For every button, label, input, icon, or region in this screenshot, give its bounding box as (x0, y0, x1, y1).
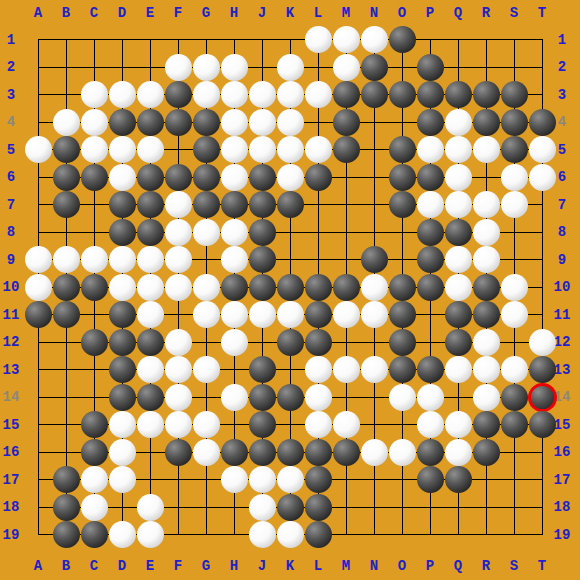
stone-T4-black[interactable] (529, 109, 556, 136)
stone-L10-black[interactable] (305, 274, 332, 301)
stone-T6-white[interactable] (529, 164, 556, 191)
stone-D4-black[interactable] (109, 109, 136, 136)
stone-L14-white[interactable] (305, 384, 332, 411)
column-label-top-R: R (472, 5, 500, 21)
stone-B4-white[interactable] (53, 109, 80, 136)
stone-B7-black[interactable] (53, 191, 80, 218)
stone-J18-white[interactable] (249, 494, 276, 521)
column-label-bottom-J: J (248, 558, 276, 574)
stone-C17-white[interactable] (81, 466, 108, 493)
stone-H17-white[interactable] (221, 466, 248, 493)
stone-R14-white[interactable] (473, 384, 500, 411)
stone-T12-white[interactable] (529, 329, 556, 356)
column-label-bottom-H: H (220, 558, 248, 574)
stone-T14-black[interactable] (529, 384, 556, 411)
stone-P16-black[interactable] (417, 439, 444, 466)
stone-Q4-white[interactable] (445, 109, 472, 136)
stone-E8-black[interactable] (137, 219, 164, 246)
column-label-bottom-M: M (332, 558, 360, 574)
stone-J8-black[interactable] (249, 219, 276, 246)
stone-M3-black[interactable] (333, 81, 360, 108)
stone-Q13-white[interactable] (445, 356, 472, 383)
stone-R10-black[interactable] (473, 274, 500, 301)
stone-D14-black[interactable] (109, 384, 136, 411)
stone-E15-white[interactable] (137, 411, 164, 438)
stone-N1-white[interactable] (361, 26, 388, 53)
stone-K6-white[interactable] (277, 164, 304, 191)
stone-R8-white[interactable] (473, 219, 500, 246)
stone-R7-white[interactable] (473, 191, 500, 218)
column-label-bottom-R: R (472, 558, 500, 574)
stone-R9-white[interactable] (473, 246, 500, 273)
stone-O6-black[interactable] (389, 164, 416, 191)
stone-F15-white[interactable] (165, 411, 192, 438)
stone-S11-white[interactable] (501, 301, 528, 328)
stone-O7-black[interactable] (389, 191, 416, 218)
stone-Q8-black[interactable] (445, 219, 472, 246)
stone-J17-white[interactable] (249, 466, 276, 493)
stone-A5-white[interactable] (25, 136, 52, 163)
last-move-marker (528, 383, 557, 412)
stone-N9-black[interactable] (361, 246, 388, 273)
stone-B19-black[interactable] (53, 521, 80, 548)
stone-P2-black[interactable] (417, 54, 444, 81)
stone-L19-black[interactable] (305, 521, 332, 548)
stone-O13-black[interactable] (389, 356, 416, 383)
stone-E18-white[interactable] (137, 494, 164, 521)
row-label-left-3: 3 (0, 87, 22, 103)
stone-P5-white[interactable] (417, 136, 444, 163)
column-label-bottom-B: B (52, 558, 80, 574)
stone-C10-black[interactable] (81, 274, 108, 301)
stone-H9-white[interactable] (221, 246, 248, 273)
row-label-right-18: 18 (550, 499, 574, 515)
stone-O3-black[interactable] (389, 81, 416, 108)
stone-S4-black[interactable] (501, 109, 528, 136)
stone-R11-black[interactable] (473, 301, 500, 328)
stone-S7-white[interactable] (501, 191, 528, 218)
stone-C3-white[interactable] (81, 81, 108, 108)
stone-E19-white[interactable] (137, 521, 164, 548)
stone-K12-black[interactable] (277, 329, 304, 356)
column-label-bottom-L: L (304, 558, 332, 574)
stone-N10-white[interactable] (361, 274, 388, 301)
stone-M1-white[interactable] (333, 26, 360, 53)
stone-O1-black[interactable] (389, 26, 416, 53)
stone-B5-black[interactable] (53, 136, 80, 163)
stone-T15-black[interactable] (529, 411, 556, 438)
stone-P9-black[interactable] (417, 246, 444, 273)
go-board[interactable]: AABBCCDDEEFFGGHHJJKKLLMMNNOOPPQQRRSSTT11… (0, 0, 580, 580)
stone-C18-white[interactable] (81, 494, 108, 521)
column-label-bottom-O: O (388, 558, 416, 574)
stone-H3-white[interactable] (221, 81, 248, 108)
stone-F7-white[interactable] (165, 191, 192, 218)
row-label-right-2: 2 (550, 59, 574, 75)
stone-D13-black[interactable] (109, 356, 136, 383)
row-label-left-14: 14 (0, 389, 22, 405)
stone-M10-black[interactable] (333, 274, 360, 301)
stone-L16-black[interactable] (305, 439, 332, 466)
stone-J14-black[interactable] (249, 384, 276, 411)
stone-O5-black[interactable] (389, 136, 416, 163)
stone-D8-black[interactable] (109, 219, 136, 246)
stone-B10-black[interactable] (53, 274, 80, 301)
stone-F6-black[interactable] (165, 164, 192, 191)
stone-M13-white[interactable] (333, 356, 360, 383)
stone-Q6-white[interactable] (445, 164, 472, 191)
row-label-right-3: 3 (550, 87, 574, 103)
stone-G2-white[interactable] (193, 54, 220, 81)
row-label-left-17: 17 (0, 472, 22, 488)
stone-B9-white[interactable] (53, 246, 80, 273)
stone-H6-white[interactable] (221, 164, 248, 191)
stone-Q16-white[interactable] (445, 439, 472, 466)
stone-D15-white[interactable] (109, 411, 136, 438)
stone-A9-white[interactable] (25, 246, 52, 273)
stone-H2-white[interactable] (221, 54, 248, 81)
column-label-bottom-D: D (108, 558, 136, 574)
stone-J7-black[interactable] (249, 191, 276, 218)
stone-Q7-white[interactable] (445, 191, 472, 218)
stone-L18-black[interactable] (305, 494, 332, 521)
stone-J4-white[interactable] (249, 109, 276, 136)
stone-G10-white[interactable] (193, 274, 220, 301)
stone-J9-black[interactable] (249, 246, 276, 273)
stone-H4-white[interactable] (221, 109, 248, 136)
stone-H12-white[interactable] (221, 329, 248, 356)
stone-R13-white[interactable] (473, 356, 500, 383)
row-label-right-10: 10 (550, 279, 574, 295)
stone-G6-black[interactable] (193, 164, 220, 191)
row-label-right-17: 17 (550, 472, 574, 488)
stone-P6-black[interactable] (417, 164, 444, 191)
row-label-left-5: 5 (0, 142, 22, 158)
column-label-top-A: A (24, 5, 52, 21)
stone-F12-white[interactable] (165, 329, 192, 356)
stone-D17-white[interactable] (109, 466, 136, 493)
stone-E10-white[interactable] (137, 274, 164, 301)
stone-L6-black[interactable] (305, 164, 332, 191)
row-label-right-8: 8 (550, 224, 574, 240)
stone-D10-white[interactable] (109, 274, 136, 301)
stone-N16-white[interactable] (361, 439, 388, 466)
stone-B11-black[interactable] (53, 301, 80, 328)
stone-M11-white[interactable] (333, 301, 360, 328)
stone-H14-white[interactable] (221, 384, 248, 411)
stone-K19-white[interactable] (277, 521, 304, 548)
stone-E6-black[interactable] (137, 164, 164, 191)
column-label-top-M: M (332, 5, 360, 21)
stone-P7-white[interactable] (417, 191, 444, 218)
stone-G3-white[interactable] (193, 81, 220, 108)
stone-O16-white[interactable] (389, 439, 416, 466)
stone-S3-black[interactable] (501, 81, 528, 108)
stone-P10-black[interactable] (417, 274, 444, 301)
stone-F14-white[interactable] (165, 384, 192, 411)
stone-P14-white[interactable] (417, 384, 444, 411)
stone-K11-white[interactable] (277, 301, 304, 328)
stone-C4-white[interactable] (81, 109, 108, 136)
stone-L5-white[interactable] (305, 136, 332, 163)
column-label-bottom-E: E (136, 558, 164, 574)
stone-M2-white[interactable] (333, 54, 360, 81)
stone-K3-white[interactable] (277, 81, 304, 108)
stone-L12-black[interactable] (305, 329, 332, 356)
stone-F9-white[interactable] (165, 246, 192, 273)
stone-N13-white[interactable] (361, 356, 388, 383)
column-label-bottom-P: P (416, 558, 444, 574)
stone-O14-white[interactable] (389, 384, 416, 411)
row-label-left-8: 8 (0, 224, 22, 240)
row-label-right-11: 11 (550, 307, 574, 323)
stone-L17-black[interactable] (305, 466, 332, 493)
column-label-bottom-C: C (80, 558, 108, 574)
column-label-top-N: N (360, 5, 388, 21)
stone-O12-black[interactable] (389, 329, 416, 356)
stone-H7-black[interactable] (221, 191, 248, 218)
stone-E5-white[interactable] (137, 136, 164, 163)
stone-C6-black[interactable] (81, 164, 108, 191)
stone-D11-black[interactable] (109, 301, 136, 328)
row-label-left-9: 9 (0, 252, 22, 268)
stone-E7-black[interactable] (137, 191, 164, 218)
stone-O11-black[interactable] (389, 301, 416, 328)
stone-R16-black[interactable] (473, 439, 500, 466)
go-game-screen: AABBCCDDEEFFGGHHJJKKLLMMNNOOPPQQRRSSTT11… (0, 0, 580, 580)
column-label-top-T: T (528, 5, 556, 21)
stone-J3-white[interactable] (249, 81, 276, 108)
stone-J13-black[interactable] (249, 356, 276, 383)
stone-J15-black[interactable] (249, 411, 276, 438)
stone-L3-white[interactable] (305, 81, 332, 108)
stone-M15-white[interactable] (333, 411, 360, 438)
row-label-left-2: 2 (0, 59, 22, 75)
stone-L1-white[interactable] (305, 26, 332, 53)
stone-B17-black[interactable] (53, 466, 80, 493)
stone-D9-white[interactable] (109, 246, 136, 273)
stone-P8-black[interactable] (417, 219, 444, 246)
stone-C9-white[interactable] (81, 246, 108, 273)
column-label-bottom-K: K (276, 558, 304, 574)
row-label-left-12: 12 (0, 334, 22, 350)
row-label-left-15: 15 (0, 417, 22, 433)
row-label-right-19: 19 (550, 527, 574, 543)
stone-S14-black[interactable] (501, 384, 528, 411)
row-label-left-6: 6 (0, 169, 22, 185)
stone-M5-black[interactable] (333, 136, 360, 163)
stone-G8-white[interactable] (193, 219, 220, 246)
stone-N3-black[interactable] (361, 81, 388, 108)
stone-R5-white[interactable] (473, 136, 500, 163)
stone-S13-white[interactable] (501, 356, 528, 383)
stone-J16-black[interactable] (249, 439, 276, 466)
column-label-top-C: C (80, 5, 108, 21)
stone-K17-white[interactable] (277, 466, 304, 493)
stone-F16-black[interactable] (165, 439, 192, 466)
stone-G13-white[interactable] (193, 356, 220, 383)
column-label-bottom-Q: Q (444, 558, 472, 574)
stone-R12-white[interactable] (473, 329, 500, 356)
row-label-left-4: 4 (0, 114, 22, 130)
column-label-bottom-S: S (500, 558, 528, 574)
row-label-left-13: 13 (0, 362, 22, 378)
stone-J11-white[interactable] (249, 301, 276, 328)
row-label-left-16: 16 (0, 444, 22, 460)
stone-K10-black[interactable] (277, 274, 304, 301)
stone-L15-white[interactable] (305, 411, 332, 438)
stone-N2-black[interactable] (361, 54, 388, 81)
stone-M4-black[interactable] (333, 109, 360, 136)
stone-D3-white[interactable] (109, 81, 136, 108)
stone-A11-black[interactable] (25, 301, 52, 328)
column-label-top-D: D (108, 5, 136, 21)
stone-N11-white[interactable] (361, 301, 388, 328)
stone-E12-black[interactable] (137, 329, 164, 356)
stone-E13-white[interactable] (137, 356, 164, 383)
stone-Q10-white[interactable] (445, 274, 472, 301)
column-label-bottom-F: F (164, 558, 192, 574)
stone-H10-black[interactable] (221, 274, 248, 301)
column-label-top-O: O (388, 5, 416, 21)
stone-L11-black[interactable] (305, 301, 332, 328)
stone-K18-black[interactable] (277, 494, 304, 521)
stone-J6-black[interactable] (249, 164, 276, 191)
stone-R15-black[interactable] (473, 411, 500, 438)
stone-G7-black[interactable] (193, 191, 220, 218)
stone-F3-black[interactable] (165, 81, 192, 108)
column-label-top-Q: Q (444, 5, 472, 21)
stone-E14-black[interactable] (137, 384, 164, 411)
stone-L13-white[interactable] (305, 356, 332, 383)
stone-Q17-black[interactable] (445, 466, 472, 493)
row-label-right-9: 9 (550, 252, 574, 268)
row-label-right-1: 1 (550, 32, 574, 48)
stone-F2-white[interactable] (165, 54, 192, 81)
row-label-left-11: 11 (0, 307, 22, 323)
stone-T13-black[interactable] (529, 356, 556, 383)
stone-O10-black[interactable] (389, 274, 416, 301)
stone-P17-black[interactable] (417, 466, 444, 493)
stone-J19-white[interactable] (249, 521, 276, 548)
stone-F10-white[interactable] (165, 274, 192, 301)
stone-P15-white[interactable] (417, 411, 444, 438)
stone-F4-black[interactable] (165, 109, 192, 136)
stone-J10-black[interactable] (249, 274, 276, 301)
stone-R3-black[interactable] (473, 81, 500, 108)
stone-D16-white[interactable] (109, 439, 136, 466)
column-label-top-F: F (164, 5, 192, 21)
stone-J5-white[interactable] (249, 136, 276, 163)
stone-K5-white[interactable] (277, 136, 304, 163)
column-label-bottom-T: T (528, 558, 556, 574)
column-label-bottom-N: N (360, 558, 388, 574)
stone-C5-white[interactable] (81, 136, 108, 163)
stone-H16-black[interactable] (221, 439, 248, 466)
stone-G11-white[interactable] (193, 301, 220, 328)
column-label-top-G: G (192, 5, 220, 21)
stone-Q5-white[interactable] (445, 136, 472, 163)
stone-D6-white[interactable] (109, 164, 136, 191)
stone-M16-black[interactable] (333, 439, 360, 466)
stone-H5-white[interactable] (221, 136, 248, 163)
row-label-left-10: 10 (0, 279, 22, 295)
stone-T5-white[interactable] (529, 136, 556, 163)
stone-Q3-black[interactable] (445, 81, 472, 108)
stone-P4-black[interactable] (417, 109, 444, 136)
row-label-right-16: 16 (550, 444, 574, 460)
stone-Q11-black[interactable] (445, 301, 472, 328)
row-label-left-18: 18 (0, 499, 22, 515)
stone-B18-black[interactable] (53, 494, 80, 521)
stone-D19-white[interactable] (109, 521, 136, 548)
stone-S15-black[interactable] (501, 411, 528, 438)
stone-P13-black[interactable] (417, 356, 444, 383)
row-label-left-1: 1 (0, 32, 22, 48)
stone-E9-white[interactable] (137, 246, 164, 273)
stone-G5-black[interactable] (193, 136, 220, 163)
column-label-top-K: K (276, 5, 304, 21)
stone-Q12-black[interactable] (445, 329, 472, 356)
column-label-top-H: H (220, 5, 248, 21)
column-label-top-E: E (136, 5, 164, 21)
stone-B6-black[interactable] (53, 164, 80, 191)
column-label-top-L: L (304, 5, 332, 21)
stone-E4-black[interactable] (137, 109, 164, 136)
stone-R4-black[interactable] (473, 109, 500, 136)
stone-F13-white[interactable] (165, 356, 192, 383)
stone-E11-white[interactable] (137, 301, 164, 328)
column-label-top-P: P (416, 5, 444, 21)
column-label-top-B: B (52, 5, 80, 21)
column-label-bottom-A: A (24, 558, 52, 574)
stone-F8-white[interactable] (165, 219, 192, 246)
stone-H8-white[interactable] (221, 219, 248, 246)
stone-G4-black[interactable] (193, 109, 220, 136)
stone-C12-black[interactable] (81, 329, 108, 356)
stone-G15-white[interactable] (193, 411, 220, 438)
stone-G16-white[interactable] (193, 439, 220, 466)
row-label-right-7: 7 (550, 197, 574, 213)
stone-Q15-white[interactable] (445, 411, 472, 438)
stone-C16-black[interactable] (81, 439, 108, 466)
stone-E3-white[interactable] (137, 81, 164, 108)
stone-D7-black[interactable] (109, 191, 136, 218)
stone-S5-black[interactable] (501, 136, 528, 163)
stone-S10-white[interactable] (501, 274, 528, 301)
stone-Q9-white[interactable] (445, 246, 472, 273)
stone-K16-black[interactable] (277, 439, 304, 466)
stone-A10-white[interactable] (25, 274, 52, 301)
stone-S6-white[interactable] (501, 164, 528, 191)
stone-K7-black[interactable] (277, 191, 304, 218)
stone-K14-black[interactable] (277, 384, 304, 411)
column-label-bottom-G: G (192, 558, 220, 574)
row-label-left-19: 19 (0, 527, 22, 543)
row-label-left-7: 7 (0, 197, 22, 213)
stone-K4-white[interactable] (277, 109, 304, 136)
column-label-top-S: S (500, 5, 528, 21)
stone-D5-white[interactable] (109, 136, 136, 163)
stone-H11-white[interactable] (221, 301, 248, 328)
stone-C15-black[interactable] (81, 411, 108, 438)
stone-C19-black[interactable] (81, 521, 108, 548)
stone-P3-black[interactable] (417, 81, 444, 108)
column-label-top-J: J (248, 5, 276, 21)
stone-K2-white[interactable] (277, 54, 304, 81)
stone-D12-black[interactable] (109, 329, 136, 356)
